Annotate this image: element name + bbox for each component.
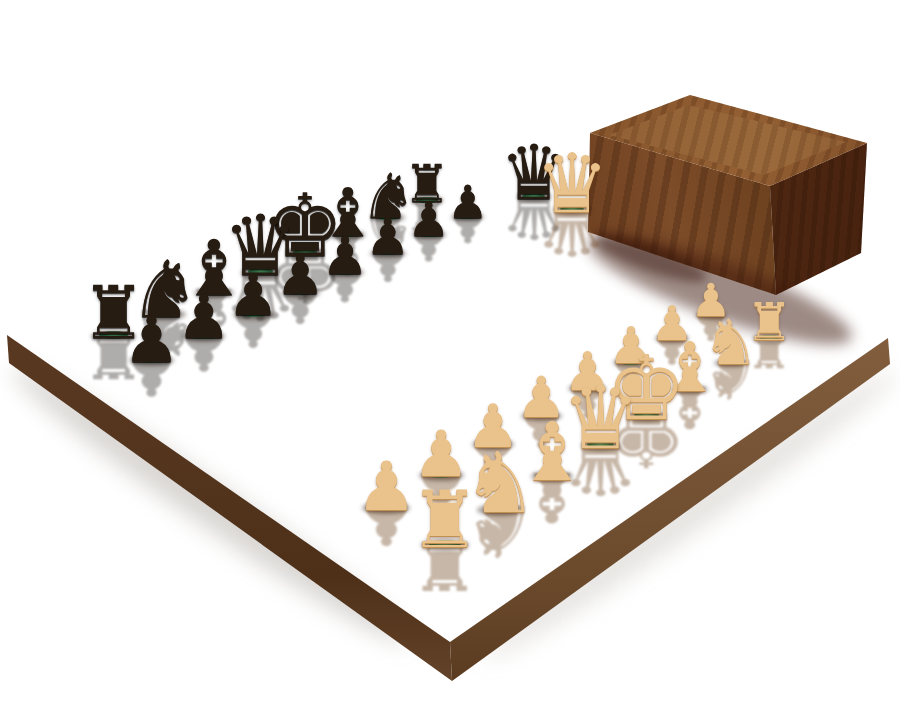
piece-felt-base xyxy=(151,309,179,317)
piece-felt-base xyxy=(538,472,566,480)
piece-felt-base xyxy=(333,268,358,275)
piece-felt-base xyxy=(293,249,317,256)
piece-felt-base xyxy=(418,231,440,237)
piece-felt-base xyxy=(416,197,437,203)
piece-felt-base xyxy=(634,412,659,419)
piece-felt-base xyxy=(240,310,267,317)
piece-felt-base xyxy=(485,505,515,513)
piece-felt-base xyxy=(575,384,600,391)
piece-felt-base xyxy=(377,214,399,220)
pieces-layer: ♜♜♞♞♝♝♛♛♚♚♝♝♞♞♜♜♟♟♟♟♟♟♟♟♟♟♟♟♟♟♟♟♟♟♟♟♟♟♟♟… xyxy=(0,0,900,720)
product-photo-scene: ♜♜♞♞♝♝♛♛♚♚♝♝♞♞♜♜♟♟♟♟♟♟♟♟♟♟♟♟♟♟♟♟♟♟♟♟♟♟♟♟… xyxy=(0,0,900,720)
piece-felt-base xyxy=(619,359,643,365)
piece-felt-base xyxy=(700,311,721,317)
piece-felt-base xyxy=(429,540,461,549)
